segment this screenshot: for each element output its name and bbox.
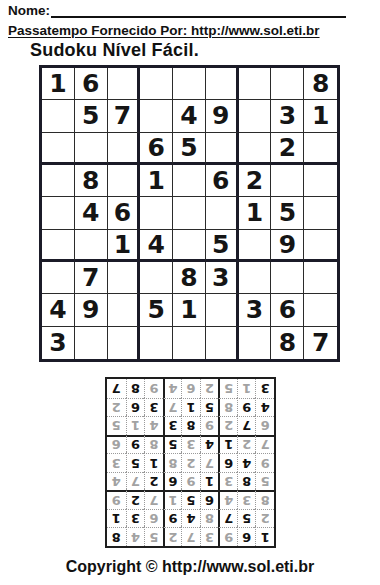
main-grid: 168574931652816246151459783495136387 bbox=[39, 65, 340, 362]
cell-r5c9[interactable] bbox=[304, 197, 337, 229]
solution-cell-r9c2: 1 bbox=[237, 379, 256, 398]
solution-cell-r2c8: 3 bbox=[126, 509, 145, 528]
cell-r7c1[interactable] bbox=[42, 262, 75, 294]
cell-r3c9[interactable] bbox=[304, 133, 337, 165]
cell-r7c9[interactable] bbox=[304, 262, 337, 294]
solution-cell-r4c7: 2 bbox=[144, 472, 163, 491]
solution-cell-r8c3: 8 bbox=[218, 398, 237, 417]
cell-r2c6[interactable]: 9 bbox=[206, 100, 239, 132]
cell-r6c8[interactable]: 9 bbox=[271, 230, 304, 262]
solution-cell-r2c1: 2 bbox=[255, 509, 274, 528]
solution-cell-r6c4: 4 bbox=[200, 435, 219, 454]
solution-cell-r5c5: 2 bbox=[181, 453, 200, 472]
cell-r8c5[interactable]: 1 bbox=[173, 294, 206, 326]
cell-r6c5[interactable] bbox=[173, 230, 206, 262]
solution-cell-r5c7: 1 bbox=[144, 453, 163, 472]
cell-r3c3[interactable] bbox=[108, 133, 141, 165]
cell-r1c7[interactable] bbox=[239, 68, 272, 100]
cell-r7c7[interactable] bbox=[239, 262, 272, 294]
cell-r2c3[interactable]: 7 bbox=[108, 100, 141, 132]
cell-r7c3[interactable] bbox=[108, 262, 141, 294]
cell-r8c4[interactable]: 5 bbox=[140, 294, 173, 326]
cell-r9c4[interactable] bbox=[140, 327, 173, 359]
cell-r1c5[interactable] bbox=[173, 68, 206, 100]
solution-cell-r2c9: 1 bbox=[107, 509, 126, 528]
solution-cell-r3c7: 7 bbox=[144, 490, 163, 509]
cell-r6c3[interactable]: 1 bbox=[108, 230, 141, 262]
cell-r2c2[interactable]: 5 bbox=[75, 100, 108, 132]
cell-r4c3[interactable] bbox=[108, 165, 141, 197]
solution-cell-r5c1: 9 bbox=[255, 453, 274, 472]
cell-r1c4[interactable] bbox=[140, 68, 173, 100]
cell-r1c9[interactable]: 8 bbox=[304, 68, 337, 100]
solution-cell-r1c3: 9 bbox=[218, 527, 237, 546]
solution-cell-r1c4: 3 bbox=[200, 527, 219, 546]
solution-cell-r5c9: 3 bbox=[107, 453, 126, 472]
solution-cell-r6c1: 7 bbox=[255, 435, 274, 454]
cell-r2c7[interactable] bbox=[239, 100, 272, 132]
solution-cell-r1c6: 2 bbox=[163, 527, 182, 546]
solution-cell-r7c7: 4 bbox=[144, 416, 163, 435]
cell-r1c8[interactable] bbox=[271, 68, 304, 100]
solution-cell-r5c2: 4 bbox=[237, 453, 256, 472]
solution-cell-r4c3: 3 bbox=[218, 472, 237, 491]
cell-r5c8[interactable]: 5 bbox=[271, 197, 304, 229]
cell-r5c1[interactable] bbox=[42, 197, 75, 229]
solution-cell-r9c3: 5 bbox=[218, 379, 237, 398]
solution-cell-r4c1: 5 bbox=[255, 472, 274, 491]
cell-r2c4[interactable] bbox=[140, 100, 173, 132]
name-label: Nome: bbox=[8, 3, 50, 18]
cell-r9c1[interactable]: 3 bbox=[42, 327, 75, 359]
solution-cell-r6c5: 3 bbox=[181, 435, 200, 454]
cell-r6c4[interactable]: 4 bbox=[140, 230, 173, 262]
solution-cell-r7c3: 2 bbox=[218, 416, 237, 435]
cell-r4c4[interactable]: 1 bbox=[140, 165, 173, 197]
solution-cell-r4c8: 7 bbox=[126, 472, 145, 491]
solution-grid: 1693725482578496318346517295831962749467… bbox=[105, 377, 276, 548]
cell-r4c6[interactable]: 6 bbox=[206, 165, 239, 197]
cell-r8c3[interactable] bbox=[108, 294, 141, 326]
cell-r3c4[interactable]: 6 bbox=[140, 133, 173, 165]
solution-cell-r2c3: 7 bbox=[218, 509, 237, 528]
solution-cell-r7c5: 8 bbox=[181, 416, 200, 435]
cell-r8c6[interactable] bbox=[206, 294, 239, 326]
solution-cell-r9c9: 7 bbox=[107, 379, 126, 398]
solution-cell-r3c6: 1 bbox=[163, 490, 182, 509]
solution-cell-r2c2: 5 bbox=[237, 509, 256, 528]
name-row: Nome: bbox=[8, 3, 346, 18]
solution-cell-r9c8: 8 bbox=[126, 379, 145, 398]
solution-cell-r7c8: 1 bbox=[126, 416, 145, 435]
solution-cell-r3c4: 6 bbox=[200, 490, 219, 509]
solution-cell-r6c7: 8 bbox=[144, 435, 163, 454]
solution-cell-r7c6: 3 bbox=[163, 416, 182, 435]
cell-r9c7[interactable] bbox=[239, 327, 272, 359]
cell-r3c8[interactable]: 2 bbox=[271, 133, 304, 165]
solution-cell-r7c4: 9 bbox=[200, 416, 219, 435]
solution-cell-r3c9: 9 bbox=[107, 490, 126, 509]
solution-cell-r6c2: 2 bbox=[237, 435, 256, 454]
cell-r7c5[interactable]: 8 bbox=[173, 262, 206, 294]
cell-r3c2[interactable] bbox=[75, 133, 108, 165]
cell-r6c6[interactable]: 5 bbox=[206, 230, 239, 262]
solution-cell-r2c5: 4 bbox=[181, 509, 200, 528]
solution-cell-r5c8: 5 bbox=[126, 453, 145, 472]
solution-cell-r1c5: 7 bbox=[181, 527, 200, 546]
cell-r3c1[interactable] bbox=[42, 133, 75, 165]
cell-r9c5[interactable] bbox=[173, 327, 206, 359]
cell-r9c3[interactable] bbox=[108, 327, 141, 359]
page-title: Sudoku Nível Fácil. bbox=[30, 40, 199, 61]
cell-r7c6[interactable]: 3 bbox=[206, 262, 239, 294]
solution-cell-r9c4: 2 bbox=[200, 379, 219, 398]
solution-cell-r8c9: 2 bbox=[107, 398, 126, 417]
solution-cell-r3c5: 5 bbox=[181, 490, 200, 509]
cell-r6c9[interactable] bbox=[304, 230, 337, 262]
solution-cell-r5c3: 6 bbox=[218, 453, 237, 472]
solution-cell-r1c9: 8 bbox=[107, 527, 126, 546]
solution-cell-r4c2: 8 bbox=[237, 472, 256, 491]
solution-cell-r5c6: 8 bbox=[163, 453, 182, 472]
name-blank-line bbox=[51, 3, 346, 18]
solution-cell-r3c1: 8 bbox=[255, 490, 274, 509]
cell-r9c8[interactable]: 8 bbox=[271, 327, 304, 359]
copyright-text: Copyright © http://www.sol.eti.br bbox=[0, 558, 380, 576]
cell-r6c7[interactable] bbox=[239, 230, 272, 262]
cell-r9c6[interactable] bbox=[206, 327, 239, 359]
solution-cell-r6c6: 5 bbox=[163, 435, 182, 454]
solution-cell-r9c7: 9 bbox=[144, 379, 163, 398]
solution-cell-r3c2: 3 bbox=[237, 490, 256, 509]
solution-cell-r4c4: 1 bbox=[200, 472, 219, 491]
solution-cell-r6c9: 6 bbox=[107, 435, 126, 454]
solution-cell-r2c4: 8 bbox=[200, 509, 219, 528]
cell-r9c2[interactable] bbox=[75, 327, 108, 359]
cell-r7c2[interactable]: 7 bbox=[75, 262, 108, 294]
solution-cell-r9c6: 4 bbox=[163, 379, 182, 398]
cell-r4c9[interactable] bbox=[304, 165, 337, 197]
cell-r3c6[interactable] bbox=[206, 133, 239, 165]
solution-cell-r7c9: 5 bbox=[107, 416, 126, 435]
cell-r1c6[interactable] bbox=[206, 68, 239, 100]
cell-r1c1[interactable]: 1 bbox=[42, 68, 75, 100]
cell-r5c3[interactable]: 6 bbox=[108, 197, 141, 229]
cell-r5c2[interactable]: 4 bbox=[75, 197, 108, 229]
solution-cell-r5c4: 7 bbox=[200, 453, 219, 472]
solution-cell-r8c7: 3 bbox=[144, 398, 163, 417]
cell-r8c1[interactable]: 4 bbox=[42, 294, 75, 326]
solution-cell-r9c5: 6 bbox=[181, 379, 200, 398]
cell-r6c1[interactable] bbox=[42, 230, 75, 262]
cell-r4c8[interactable] bbox=[271, 165, 304, 197]
cell-r2c8[interactable]: 3 bbox=[271, 100, 304, 132]
solution-cell-r6c8: 9 bbox=[126, 435, 145, 454]
cell-r4c5[interactable] bbox=[173, 165, 206, 197]
solution-cell-r8c8: 6 bbox=[126, 398, 145, 417]
cell-r2c5[interactable]: 4 bbox=[173, 100, 206, 132]
provider-line: Passatempo Fornecido Por: http://www.sol… bbox=[8, 23, 320, 38]
solution-cell-r8c1: 4 bbox=[255, 398, 274, 417]
cell-r8c7[interactable]: 3 bbox=[239, 294, 272, 326]
cell-r4c2[interactable]: 8 bbox=[75, 165, 108, 197]
solution-cell-r9c1: 3 bbox=[255, 379, 274, 398]
solution-cell-r4c6: 6 bbox=[163, 472, 182, 491]
cell-r5c6[interactable] bbox=[206, 197, 239, 229]
cell-r5c7[interactable]: 1 bbox=[239, 197, 272, 229]
cell-r6c2[interactable] bbox=[75, 230, 108, 262]
solution-cell-r3c8: 2 bbox=[126, 490, 145, 509]
solution-cell-r4c5: 9 bbox=[181, 472, 200, 491]
solution-cell-r8c6: 7 bbox=[163, 398, 182, 417]
cell-r9c9[interactable]: 7 bbox=[304, 327, 337, 359]
cell-r7c4[interactable] bbox=[140, 262, 173, 294]
solution-cell-r2c6: 9 bbox=[163, 509, 182, 528]
solution-cell-r1c8: 4 bbox=[126, 527, 145, 546]
cell-r2c1[interactable] bbox=[42, 100, 75, 132]
cell-r7c8[interactable] bbox=[271, 262, 304, 294]
cell-r3c5[interactable]: 5 bbox=[173, 133, 206, 165]
cell-r4c1[interactable] bbox=[42, 165, 75, 197]
solution-cell-r4c9: 4 bbox=[107, 472, 126, 491]
solution-cell-r1c7: 5 bbox=[144, 527, 163, 546]
solution-cell-r7c1: 6 bbox=[255, 416, 274, 435]
cell-r4c7[interactable]: 2 bbox=[239, 165, 272, 197]
cell-r2c9[interactable]: 1 bbox=[304, 100, 337, 132]
cell-r1c3[interactable] bbox=[108, 68, 141, 100]
solution-cell-r8c5: 1 bbox=[181, 398, 200, 417]
cell-r3c7[interactable] bbox=[239, 133, 272, 165]
solution-cell-r1c2: 6 bbox=[237, 527, 256, 546]
solution-cell-r3c3: 4 bbox=[218, 490, 237, 509]
cell-r5c5[interactable] bbox=[173, 197, 206, 229]
cell-r8c9[interactable] bbox=[304, 294, 337, 326]
solution-cell-r7c2: 7 bbox=[237, 416, 256, 435]
solution-cell-r2c7: 6 bbox=[144, 509, 163, 528]
cell-r8c2[interactable]: 9 bbox=[75, 294, 108, 326]
cell-r1c2[interactable]: 6 bbox=[75, 68, 108, 100]
solution-cell-r1c1: 1 bbox=[255, 527, 274, 546]
cell-r8c8[interactable]: 6 bbox=[271, 294, 304, 326]
solution-cell-r8c4: 5 bbox=[200, 398, 219, 417]
cell-r5c4[interactable] bbox=[140, 197, 173, 229]
solution-cell-r6c3: 1 bbox=[218, 435, 237, 454]
solution-cell-r8c2: 9 bbox=[237, 398, 256, 417]
